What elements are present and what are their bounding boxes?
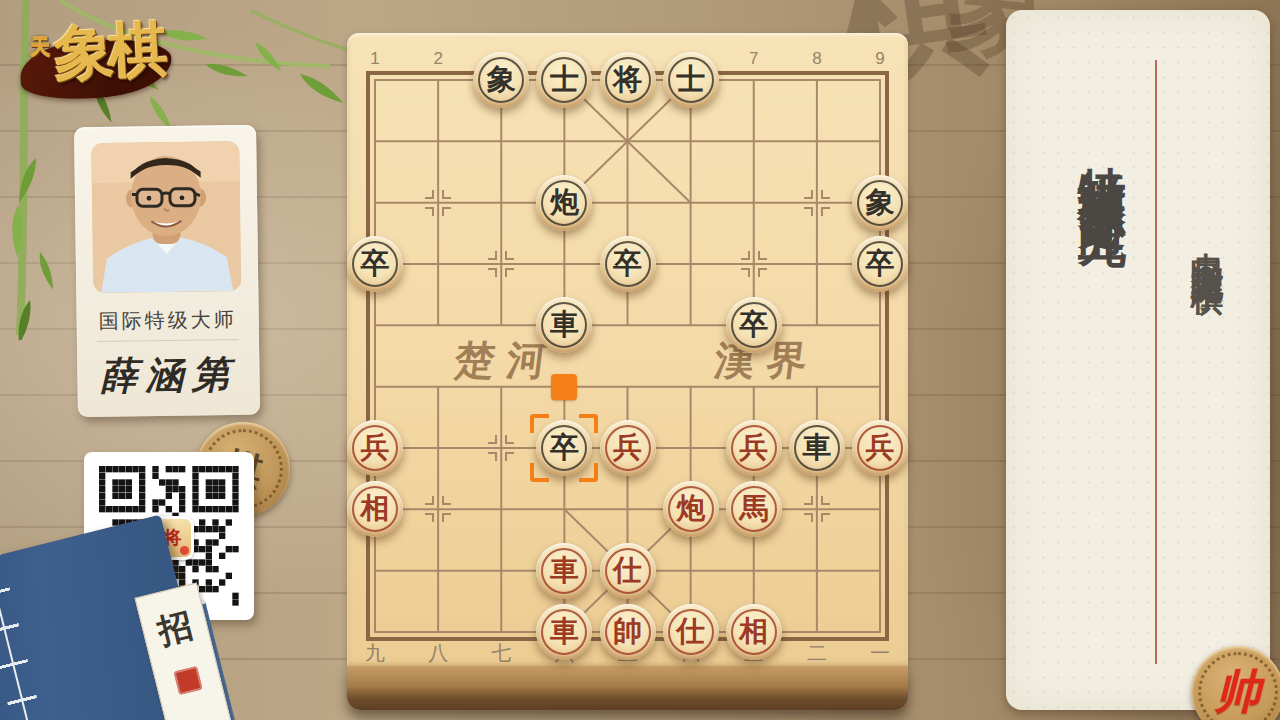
board-front-edge (347, 666, 908, 710)
piece-black[interactable]: 象 (852, 175, 908, 231)
file-label-top: 1 (370, 49, 379, 69)
selected-piece-brackets (530, 414, 598, 482)
piece-black[interactable]: 卒 (347, 236, 403, 292)
file-label-bottom: 二 (807, 640, 827, 667)
piece-black[interactable]: 卒 (726, 297, 782, 353)
panel-divider-line (1155, 60, 1157, 664)
file-label-bottom: 八 (428, 640, 448, 667)
piece-black[interactable]: 車 (536, 297, 592, 353)
master-portrait (91, 141, 241, 293)
master-signature: 薛涵第 (77, 349, 260, 403)
piece-black[interactable]: 炮 (536, 175, 592, 231)
piece-red[interactable]: 相 (347, 481, 403, 537)
app-screen: 棋 象 天天 (0, 0, 1280, 720)
app-seal-piece: 帅 (1192, 646, 1280, 720)
piece-black[interactable]: 将 (600, 52, 656, 108)
lesson-panel: 特级大师领你走向业九 中局避免随手棋 (1006, 10, 1270, 710)
file-label-bottom: 七 (491, 640, 511, 667)
piece-red[interactable]: 兵 (347, 420, 403, 476)
piece-red[interactable]: 兵 (852, 420, 908, 476)
app-logo: 天天 象棋 (18, 6, 178, 110)
file-label-top: 7 (749, 49, 758, 69)
file-label-top: 9 (875, 49, 884, 69)
file-label-top: 2 (433, 49, 442, 69)
piece-black[interactable]: 士 (663, 52, 719, 108)
piece-red[interactable]: 帥 (600, 604, 656, 660)
piece-red[interactable]: 車 (536, 604, 592, 660)
icon-seal-dot (180, 546, 189, 555)
xiangqi-board[interactable]: 楚河 漢界 123456789九八七六五四三二一象士将士炮象卒卒卒車卒卒車兵兵兵… (347, 33, 908, 668)
piece-red[interactable]: 炮 (663, 481, 719, 537)
master-card: 国际特级大师 薛涵第 (74, 125, 260, 418)
master-title: 国际特级大师 (77, 306, 259, 336)
last-move-from-marker (551, 374, 577, 400)
file-label-top: 8 (812, 49, 821, 69)
piece-black[interactable]: 車 (789, 420, 845, 476)
piece-red[interactable]: 馬 (726, 481, 782, 537)
file-label-bottom: 一 (870, 640, 890, 667)
piece-red[interactable]: 兵 (726, 420, 782, 476)
logo-title: 象棋 (52, 9, 164, 96)
piece-red[interactable]: 仕 (600, 543, 656, 599)
piece-black[interactable]: 卒 (852, 236, 908, 292)
piece-red[interactable]: 兵 (600, 420, 656, 476)
lesson-title: 特级大师领你走向业九 (1070, 128, 1134, 188)
piece-red[interactable]: 仕 (663, 604, 719, 660)
logo-prefix: 天天 (26, 20, 54, 24)
lesson-subtitle: 中局避免随手棋 (1184, 226, 1229, 261)
card-divider (97, 339, 239, 342)
piece-red[interactable]: 相 (726, 604, 782, 660)
piece-red[interactable]: 車 (536, 543, 592, 599)
piece-black[interactable]: 士 (536, 52, 592, 108)
book-label-seal (174, 666, 203, 695)
piece-black[interactable]: 象 (473, 52, 529, 108)
piece-black[interactable]: 卒 (600, 236, 656, 292)
file-label-bottom: 九 (365, 640, 385, 667)
